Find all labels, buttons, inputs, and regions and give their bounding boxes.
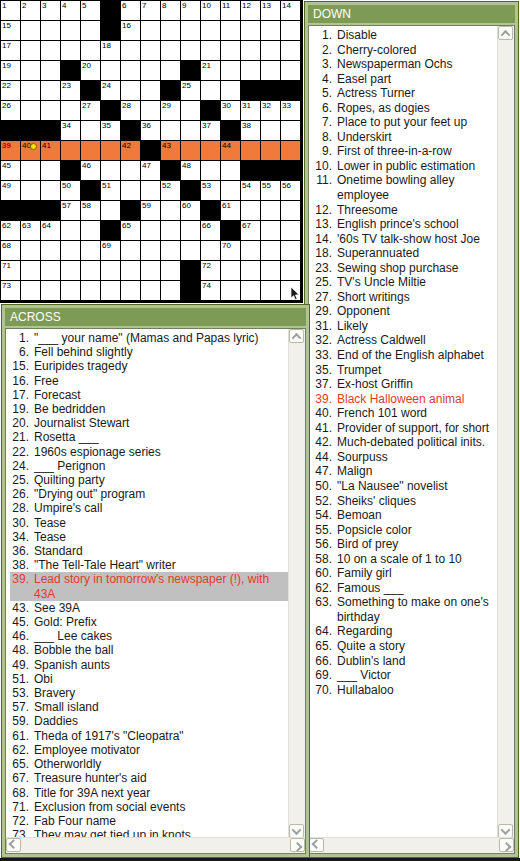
cell-r7c13[interactable]: 38 <box>241 121 261 141</box>
down-clue-12[interactable]: 12.Threesome <box>313 203 498 218</box>
cell-number: 57 <box>62 201 71 210</box>
down-horizontal-scrollbar[interactable] <box>309 837 514 853</box>
cell-r2c2[interactable] <box>21 21 41 41</box>
cell-r9c6[interactable] <box>101 161 121 181</box>
cell-r3c3[interactable] <box>41 41 61 61</box>
across-clue-71[interactable]: 71.Exclusion from social events <box>10 800 289 814</box>
cell-r10c7[interactable] <box>121 181 141 201</box>
down-clue-63[interactable]: 63.Something to make on one's birthday <box>313 595 498 624</box>
across-clue-59[interactable]: 59.Daddies <box>10 714 289 728</box>
cell-r8c5[interactable] <box>81 141 101 161</box>
cell-r10c9[interactable]: 52 <box>161 181 181 201</box>
cell-r11c5[interactable]: 58 <box>81 201 101 221</box>
cell-r4c15[interactable] <box>281 61 301 81</box>
down-clue-50[interactable]: 50."La Nausee" novelist <box>313 479 498 494</box>
cell-r15c1[interactable]: 73 <box>1 281 21 301</box>
cell-r12c12 <box>221 221 241 241</box>
cell-r9c7[interactable] <box>121 161 141 181</box>
across-clue-16[interactable]: 16.Free <box>10 374 289 388</box>
down-clue-10[interactable]: 10.Lower in public estimation <box>313 159 498 174</box>
across-clue-39[interactable]: 39.Lead story in tomorrow's newspaper (!… <box>10 572 289 600</box>
cell-r4c13[interactable] <box>241 61 261 81</box>
cell-r8c13[interactable] <box>241 141 261 161</box>
across-clue-21[interactable]: 21.Rosetta ___ <box>10 430 289 444</box>
across-clue-53[interactable]: 53.Bravery <box>10 686 289 700</box>
across-scroll-right-button[interactable] <box>290 838 305 852</box>
cell-r2c15[interactable] <box>281 21 301 41</box>
across-clue-38[interactable]: 38."The Tell-Tale Heart" writer <box>10 558 289 572</box>
down-clue-55[interactable]: 55.Popsicle color <box>313 523 498 538</box>
down-clue-66[interactable]: 66.Dublin's land <box>313 654 498 669</box>
cell-r2c11[interactable] <box>201 21 221 41</box>
across-scroll-up-button[interactable] <box>289 329 304 343</box>
cell-r10c2[interactable] <box>21 181 41 201</box>
cell-r3c4[interactable] <box>61 41 81 61</box>
cell-r11c8[interactable]: 59 <box>141 201 161 221</box>
cell-r13c5[interactable] <box>81 241 101 261</box>
down-scroll-up-button[interactable] <box>498 26 513 40</box>
cell-r11c4[interactable]: 57 <box>61 201 81 221</box>
cell-r6c9[interactable]: 29 <box>161 101 181 121</box>
cell-r5c4[interactable]: 23 <box>61 81 81 101</box>
cell-r8c6[interactable] <box>101 141 121 161</box>
across-clue-6[interactable]: 6.Fell behind slightly <box>10 345 289 359</box>
cell-r1c1[interactable]: 1 <box>1 1 21 21</box>
cell-r1c3[interactable]: 3 <box>41 1 61 21</box>
down-scroll-down-button[interactable] <box>498 824 513 838</box>
cell-r3c12[interactable] <box>221 41 241 61</box>
down-clue-18[interactable]: 18.Superannuated <box>313 246 498 261</box>
down-clue-42[interactable]: 42.Much-debated political inits. <box>313 435 498 450</box>
cell-r14c5[interactable] <box>81 261 101 281</box>
cell-r8c10[interactable] <box>181 141 201 161</box>
cell-r15c4[interactable] <box>61 281 81 301</box>
cell-r15c14[interactable] <box>261 281 281 301</box>
cell-r10c8[interactable] <box>141 181 161 201</box>
cell-r6c12[interactable]: 30 <box>221 101 241 121</box>
across-clue-30[interactable]: 30.Tease <box>10 516 289 530</box>
cell-r14c13[interactable] <box>241 261 261 281</box>
cell-r2c13[interactable] <box>241 21 261 41</box>
cell-r5c10[interactable]: 25 <box>181 81 201 101</box>
across-clue-19[interactable]: 19.Be bedridden <box>10 402 289 416</box>
cell-r6c7[interactable]: 28 <box>121 101 141 121</box>
cell-r13c10[interactable] <box>181 241 201 261</box>
cell-r6c15[interactable]: 33 <box>281 101 301 121</box>
across-clue-22[interactable]: 22.1960s espionage series <box>10 445 289 459</box>
cell-r13c12[interactable]: 70 <box>221 241 241 261</box>
cell-r11c15[interactable] <box>281 201 301 221</box>
cell-r9c1[interactable]: 45 <box>1 161 21 181</box>
cell-r1c10[interactable]: 9 <box>181 1 201 21</box>
cell-r1c6 <box>101 1 121 21</box>
cell-r5c12[interactable] <box>221 81 241 101</box>
cell-number: 13 <box>262 1 271 10</box>
cell-r8c15[interactable] <box>281 141 301 161</box>
cell-r8c7[interactable]: 42 <box>121 141 141 161</box>
down-clue-65[interactable]: 65.Quite a story <box>313 639 498 654</box>
down-clue-2[interactable]: 2.Cherry-colored <box>313 43 498 58</box>
cell-r6c3[interactable] <box>41 101 61 121</box>
cell-r12c2[interactable]: 63 <box>21 221 41 241</box>
cell-r15c9[interactable] <box>161 281 181 301</box>
cell-r13c6[interactable]: 69 <box>101 241 121 261</box>
cell-r5c6[interactable]: 24 <box>101 81 121 101</box>
cell-r12c9[interactable] <box>161 221 181 241</box>
cell-number: 54 <box>242 181 251 190</box>
across-clue-45[interactable]: 45.Gold: Prefix <box>10 615 289 629</box>
across-clue-20[interactable]: 20.Journalist Stewart <box>10 416 289 430</box>
down-clue-9[interactable]: 9.First of three-in-a-row <box>313 144 498 159</box>
cell-r2c3[interactable] <box>41 21 61 41</box>
cell-r1c2[interactable]: 2 <box>21 1 41 21</box>
across-clue-68[interactable]: 68.Title for 39A next year <box>10 786 289 800</box>
cell-r2c12[interactable] <box>221 21 241 41</box>
across-clue-25[interactable]: 25.Quilting party <box>10 473 289 487</box>
across-clue-49[interactable]: 49.Spanish aunts <box>10 658 289 672</box>
cell-r7c4[interactable]: 34 <box>61 121 81 141</box>
cell-r14c14[interactable] <box>261 261 281 281</box>
clue-text: Famous ___ <box>337 581 404 596</box>
cell-r10c4[interactable]: 50 <box>61 181 81 201</box>
cell-r13c1[interactable]: 68 <box>1 241 21 261</box>
clue-text: "Drying out" program <box>34 487 145 501</box>
cell-r8c9[interactable]: 43 <box>161 141 181 161</box>
cell-number: 25 <box>182 81 191 90</box>
cell-r8c11[interactable] <box>201 141 221 161</box>
cell-r8c4[interactable] <box>61 141 81 161</box>
across-clue-24[interactable]: 24.___ Perignon <box>10 459 289 473</box>
cell-r8c12[interactable]: 44 <box>221 141 241 161</box>
across-clue-62[interactable]: 62.Employee motivator <box>10 743 289 757</box>
down-scroll-left-button[interactable] <box>309 838 324 852</box>
down-clue-69[interactable]: 69.___ Victor <box>313 668 498 683</box>
cell-r14c4[interactable] <box>61 261 81 281</box>
down-clue-1[interactable]: 1.Disable <box>313 28 498 43</box>
cell-r12c5[interactable] <box>81 221 101 241</box>
cell-r9c8[interactable]: 47 <box>141 161 161 181</box>
down-clue-47[interactable]: 47.Malign <box>313 464 498 479</box>
cell-r3c1[interactable]: 17 <box>1 41 21 61</box>
cell-r9c11[interactable] <box>201 161 221 181</box>
cell-r1c13[interactable]: 12 <box>241 1 261 21</box>
cell-r4c1[interactable]: 19 <box>1 61 21 81</box>
cell-r1c7[interactable]: 6 <box>121 1 141 21</box>
cell-r4c12[interactable] <box>221 61 241 81</box>
cell-r6c10[interactable] <box>181 101 201 121</box>
cell-r8c2[interactable]: 40 <box>21 141 41 161</box>
cell-r12c11[interactable]: 66 <box>201 221 221 241</box>
cell-r9c5[interactable]: 46 <box>81 161 101 181</box>
cell-r2c9[interactable] <box>161 21 181 41</box>
cell-r12c4[interactable] <box>61 221 81 241</box>
across-clue-65[interactable]: 65.Otherworldly <box>10 757 289 771</box>
across-clue-46[interactable]: 46.___ Lee cakes <box>10 629 289 643</box>
cell-r9c2[interactable] <box>21 161 41 181</box>
cell-r15c7[interactable] <box>121 281 141 301</box>
cell-r10c13[interactable]: 54 <box>241 181 261 201</box>
down-clue-14[interactable]: 14.'60s TV talk-show host Joe <box>313 232 498 247</box>
cell-r14c6[interactable] <box>101 261 121 281</box>
cell-number: 53 <box>202 181 211 190</box>
cell-r15c3[interactable] <box>41 281 61 301</box>
across-clue-1[interactable]: 1."___ your name" (Mamas and Papas lyric… <box>10 331 289 345</box>
across-clue-26[interactable]: 26."Drying out" program <box>10 487 289 501</box>
cell-r13c7[interactable] <box>121 241 141 261</box>
cell-r7c14[interactable] <box>261 121 281 141</box>
cell-r4c5[interactable]: 20 <box>81 61 101 81</box>
cell-r7c5[interactable] <box>81 121 101 141</box>
cell-r1c15[interactable]: 14 <box>281 1 301 21</box>
down-clue-4[interactable]: 4.Easel part <box>313 72 498 87</box>
cell-r3c11[interactable] <box>201 41 221 61</box>
down-vertical-scrollbar[interactable] <box>497 26 514 838</box>
cell-r3c14[interactable] <box>261 41 281 61</box>
across-clue-34[interactable]: 34.Tease <box>10 530 289 544</box>
cell-number: 6 <box>122 1 126 10</box>
cell-r4c14[interactable] <box>261 61 281 81</box>
cell-r3c6[interactable]: 18 <box>101 41 121 61</box>
cell-r10c14[interactable]: 55 <box>261 181 281 201</box>
cell-r11c10[interactable]: 60 <box>181 201 201 221</box>
down-clue-44[interactable]: 44.Sourpuss <box>313 450 498 465</box>
down-clue-27[interactable]: 27.Short writings <box>313 290 498 305</box>
cell-r3c2[interactable] <box>21 41 41 61</box>
cell-r2c4[interactable] <box>61 21 81 41</box>
cell-r3c13[interactable] <box>241 41 261 61</box>
cell-r12c14[interactable] <box>261 221 281 241</box>
across-clue-61[interactable]: 61.Theda of 1917's "Cleopatra" <box>10 729 289 743</box>
cell-r13c2[interactable] <box>21 241 41 261</box>
cell-r8c3[interactable]: 41 <box>41 141 61 161</box>
cell-r11c14[interactable] <box>261 201 281 221</box>
cell-r5c3[interactable] <box>41 81 61 101</box>
cell-r3c10[interactable] <box>181 41 201 61</box>
cell-r10c6[interactable]: 51 <box>101 181 121 201</box>
cell-r5c7[interactable] <box>121 81 141 101</box>
down-clue-54[interactable]: 54.Bemoan <box>313 508 498 523</box>
down-clue-52[interactable]: 52.Sheiks' cliques <box>313 494 498 509</box>
cell-r2c7[interactable]: 16 <box>121 21 141 41</box>
cell-r10c15[interactable]: 56 <box>281 181 301 201</box>
cell-r4c6[interactable] <box>101 61 121 81</box>
cell-r13c3[interactable] <box>41 241 61 261</box>
down-clue-40[interactable]: 40.French 101 word <box>313 406 498 421</box>
clue-number: 69. <box>313 668 332 683</box>
down-clue-58[interactable]: 58.10 on a scale of 1 to 10 <box>313 552 498 567</box>
cell-r6c5[interactable]: 27 <box>81 101 101 121</box>
across-clue-28[interactable]: 28.Umpire's call <box>10 501 289 515</box>
cell-r11c13[interactable] <box>241 201 261 221</box>
cell-r14c2[interactable] <box>21 261 41 281</box>
cell-r15c13[interactable] <box>241 281 261 301</box>
clue-number: 59. <box>10 714 29 728</box>
cell-r12c3[interactable]: 64 <box>41 221 61 241</box>
down-clue-62[interactable]: 62.Famous ___ <box>313 581 498 596</box>
across-scroll-down-button[interactable] <box>289 824 304 838</box>
cell-r12c7[interactable]: 65 <box>121 221 141 241</box>
cell-r10c12[interactable] <box>221 181 241 201</box>
cell-r12c13[interactable]: 67 <box>241 221 261 241</box>
cell-r3c7[interactable] <box>121 41 141 61</box>
down-clue-60[interactable]: 60.Family girl <box>313 566 498 581</box>
across-clue-51[interactable]: 51.Obi <box>10 672 289 686</box>
cell-r7c6[interactable]: 35 <box>101 121 121 141</box>
cell-r15c8[interactable] <box>141 281 161 301</box>
cell-r1c11[interactable]: 10 <box>201 1 221 21</box>
cell-r1c9[interactable]: 8 <box>161 1 181 21</box>
cell-r9c12[interactable] <box>221 161 241 181</box>
cell-r9c3[interactable] <box>41 161 61 181</box>
across-clue-57[interactable]: 57.Small island <box>10 700 289 714</box>
cell-r13c15[interactable] <box>281 241 301 261</box>
cell-r5c8[interactable] <box>141 81 161 101</box>
cell-r15c11[interactable]: 74 <box>201 281 221 301</box>
down-clue-32[interactable]: 32.Actress Caldwell <box>313 333 498 348</box>
cell-r12c15[interactable] <box>281 221 301 241</box>
cell-r13c8[interactable] <box>141 241 161 261</box>
across-horizontal-scrollbar[interactable] <box>6 837 305 853</box>
across-clue-15[interactable]: 15.Euripides tragedy <box>10 359 289 373</box>
across-clue-43[interactable]: 43.See 39A <box>10 601 289 615</box>
cell-r4c2[interactable] <box>21 61 41 81</box>
cell-r3c5[interactable] <box>81 41 101 61</box>
cell-r10c3[interactable] <box>41 181 61 201</box>
cell-r4c9[interactable] <box>161 61 181 81</box>
cell-r15c5[interactable] <box>81 281 101 301</box>
cell-r3c8[interactable] <box>141 41 161 61</box>
down-clue-8[interactable]: 8.Underskirt <box>313 130 498 145</box>
cell-r7c11[interactable]: 37 <box>201 121 221 141</box>
cell-r2c14[interactable] <box>261 21 281 41</box>
cell-r12c8[interactable] <box>141 221 161 241</box>
cell-r11c6[interactable] <box>101 201 121 221</box>
cell-r13c14[interactable] <box>261 241 281 261</box>
cell-r5c1[interactable]: 22 <box>1 81 21 101</box>
cell-r15c2[interactable] <box>21 281 41 301</box>
cell-r14c15[interactable] <box>281 261 301 281</box>
cell-r1c14[interactable]: 13 <box>261 1 281 21</box>
cell-r2c5[interactable] <box>81 21 101 41</box>
cell-r14c3[interactable] <box>41 261 61 281</box>
cell-r6c8[interactable] <box>141 101 161 121</box>
down-clue-41[interactable]: 41.Provider of support, for short <box>313 421 498 436</box>
down-clue-23[interactable]: 23.Sewing shop purchase <box>313 261 498 276</box>
cell-r4c11[interactable]: 21 <box>201 61 221 81</box>
cell-r7c15[interactable] <box>281 121 301 141</box>
down-clue-64[interactable]: 64.Regarding <box>313 624 498 639</box>
cell-r7c9[interactable] <box>161 121 181 141</box>
cell-r13c13[interactable] <box>241 241 261 261</box>
cell-r6c13[interactable]: 31 <box>241 101 261 121</box>
cell-r5c2[interactable] <box>21 81 41 101</box>
down-clue-33[interactable]: 33.End of the English alphabet <box>313 348 498 363</box>
cell-r14c1[interactable]: 71 <box>1 261 21 281</box>
cursor-dot-icon <box>30 143 37 150</box>
cell-r14c12[interactable] <box>221 261 241 281</box>
cell-r13c11[interactable] <box>201 241 221 261</box>
down-clue-37[interactable]: 37.Ex-host Griffin <box>313 377 498 392</box>
across-clue-72[interactable]: 72.Fab Four name <box>10 814 289 828</box>
cell-r2c10[interactable] <box>181 21 201 41</box>
down-scroll-right-button[interactable] <box>499 838 514 852</box>
down-clue-39[interactable]: 39.Black Halloween animal <box>313 392 498 407</box>
cell-r4c3[interactable] <box>41 61 61 81</box>
cell-r4c8[interactable] <box>141 61 161 81</box>
cell-r14c9[interactable] <box>161 261 181 281</box>
cell-r13c9[interactable] <box>161 241 181 261</box>
cell-r12c1[interactable]: 62 <box>1 221 21 241</box>
clue-number: 4. <box>313 72 332 87</box>
cell-r3c15[interactable] <box>281 41 301 61</box>
cell-r15c6[interactable] <box>101 281 121 301</box>
cell-number: 73 <box>2 281 11 290</box>
down-clue-70[interactable]: 70.Hullabaloo <box>313 683 498 698</box>
across-clue-17[interactable]: 17.Forecast <box>10 388 289 402</box>
cell-r11c12[interactable]: 61 <box>221 201 241 221</box>
down-clue-25[interactable]: 25.TV's Uncle Miltie <box>313 275 498 290</box>
across-clue-36[interactable]: 36.Standard <box>10 544 289 558</box>
cell-r6c1[interactable]: 26 <box>1 101 21 121</box>
across-clue-67[interactable]: 67.Treasure hunter's aid <box>10 771 289 785</box>
cell-r11c9[interactable] <box>161 201 181 221</box>
clue-text: Onetime bowling alley employee <box>337 173 498 202</box>
cell-r14c7[interactable] <box>121 261 141 281</box>
across-vertical-scrollbar[interactable] <box>288 329 305 838</box>
cell-r7c8[interactable]: 36 <box>141 121 161 141</box>
cell-r14c8[interactable] <box>141 261 161 281</box>
down-clue-3[interactable]: 3.Newspaperman Ochs <box>313 57 498 72</box>
down-clue-13[interactable]: 13.English prince's school <box>313 217 498 232</box>
cell-r4c7[interactable] <box>121 61 141 81</box>
down-clue-5[interactable]: 5.Actress Turner <box>313 86 498 101</box>
down-clue-35[interactable]: 35.Trumpet <box>313 363 498 378</box>
cell-r13c4[interactable] <box>61 241 81 261</box>
down-clue-6[interactable]: 6.Ropes, as dogies <box>313 101 498 116</box>
down-clue-56[interactable]: 56.Bird of prey <box>313 537 498 552</box>
cell-r6c4[interactable] <box>61 101 81 121</box>
cell-r10c11[interactable]: 53 <box>201 181 221 201</box>
cell-r10c1[interactable]: 49 <box>1 181 21 201</box>
across-scroll-left-button[interactable] <box>6 838 21 852</box>
cell-r8c1[interactable]: 39 <box>1 141 21 161</box>
cell-r7c10[interactable] <box>181 121 201 141</box>
down-clue-29[interactable]: 29.Opponent <box>313 304 498 319</box>
down-clue-7[interactable]: 7.Place to put your feet up <box>313 115 498 130</box>
clue-text: '60s TV talk-show host Joe <box>337 232 480 247</box>
cell-r1c4[interactable]: 4 <box>61 1 81 21</box>
cell-r2c8[interactable] <box>141 21 161 41</box>
cell-r15c12[interactable] <box>221 281 241 301</box>
cell-r1c12[interactable]: 11 <box>221 1 241 21</box>
cell-r6c2[interactable] <box>21 101 41 121</box>
clue-number: 62. <box>10 743 29 757</box>
across-clue-48[interactable]: 48.Bobble the ball <box>10 643 289 657</box>
cell-r8c14[interactable] <box>261 141 281 161</box>
cell-r3c9[interactable] <box>161 41 181 61</box>
cell-r2c1[interactable]: 15 <box>1 21 21 41</box>
cell-r1c5[interactable]: 5 <box>81 1 101 21</box>
cell-r1c8[interactable]: 7 <box>141 1 161 21</box>
cell-r6c14[interactable]: 32 <box>261 101 281 121</box>
cell-r5c11[interactable] <box>201 81 221 101</box>
down-clue-11[interactable]: 11.Onetime bowling alley employee <box>313 173 498 202</box>
down-clue-31[interactable]: 31.Likely <box>313 319 498 334</box>
cell-r12c10[interactable] <box>181 221 201 241</box>
cell-r9c10[interactable]: 48 <box>181 161 201 181</box>
cell-number: 44 <box>222 141 231 150</box>
cell-r14c11[interactable]: 72 <box>201 261 221 281</box>
